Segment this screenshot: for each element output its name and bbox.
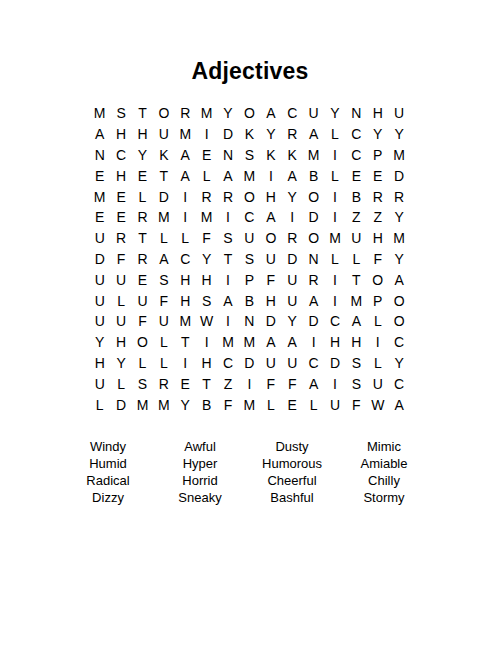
grid-cell-r11c12[interactable]: C <box>324 311 345 332</box>
word-list-item-windy: Windy <box>62 438 154 455</box>
grid-cell-r6c8[interactable]: C <box>239 207 260 228</box>
grid-cell-r15c5[interactable]: Y <box>175 394 196 415</box>
grid-cell-r8c6[interactable]: Y <box>196 249 217 270</box>
grid-cell-r1c15[interactable]: U <box>388 103 409 124</box>
grid-cell-r3c14[interactable]: P <box>367 145 388 166</box>
grid-cell-r7c13[interactable]: U <box>346 228 367 249</box>
grid-cell-r8c1[interactable]: D <box>89 249 110 270</box>
word-search-grid: MSTORMYOACUYNHUAHHUMIDKYRALCYYNCYKAENSKK… <box>89 103 410 415</box>
word-list-item-radical: Radical <box>62 472 154 489</box>
grid-cell-r6c7[interactable]: I <box>217 207 238 228</box>
grid-cell-r7c12[interactable]: M <box>324 228 345 249</box>
grid-cell-r1c5[interactable]: R <box>175 103 196 124</box>
grid-cell-r3c5[interactable]: A <box>175 145 196 166</box>
grid-cell-r4c14[interactable]: E <box>367 165 388 186</box>
grid-cell-r10c9[interactable]: H <box>260 290 281 311</box>
grid-cell-r4c2[interactable]: H <box>110 165 131 186</box>
grid-cell-r11c3[interactable]: F <box>132 311 153 332</box>
grid-cell-r15c1[interactable]: L <box>89 394 110 415</box>
grid-cell-r5c9[interactable]: H <box>260 186 281 207</box>
grid-cell-r13c10[interactable]: U <box>282 353 303 374</box>
grid-cell-r2c4[interactable]: U <box>153 124 174 145</box>
grid-cell-r6c2[interactable]: E <box>110 207 131 228</box>
grid-cell-r4c3[interactable]: E <box>132 165 153 186</box>
grid-cell-r6c3[interactable]: R <box>132 207 153 228</box>
grid-cell-r14c1[interactable]: U <box>89 373 110 394</box>
grid-cell-r5c8[interactable]: O <box>239 186 260 207</box>
grid-cell-r10c6[interactable]: S <box>196 290 217 311</box>
word-list-item-awful: Awful <box>154 438 246 455</box>
grid-cell-r4c6[interactable]: L <box>196 165 217 186</box>
grid-cell-r13c7[interactable]: C <box>217 353 238 374</box>
grid-cell-r12c11[interactable]: I <box>303 332 324 353</box>
word-list: WindyAwfulDustyMimicHumidHyperHumorousAm… <box>62 438 430 506</box>
grid-cell-r7c8[interactable]: U <box>239 228 260 249</box>
grid-cell-r11c7[interactable]: I <box>217 311 238 332</box>
grid-cell-r14c6[interactable]: T <box>196 373 217 394</box>
grid-cell-r10c5[interactable]: H <box>175 290 196 311</box>
grid-cell-r12c13[interactable]: H <box>346 332 367 353</box>
grid-cell-r5c5[interactable]: I <box>175 186 196 207</box>
grid-cell-r5c14[interactable]: R <box>367 186 388 207</box>
grid-cell-r7c2[interactable]: R <box>110 228 131 249</box>
grid-cell-r11c8[interactable]: N <box>239 311 260 332</box>
grid-cell-r2c7[interactable]: D <box>217 124 238 145</box>
word-list-item-dizzy: Dizzy <box>62 489 154 506</box>
grid-cell-r12c6[interactable]: I <box>196 332 217 353</box>
grid-cell-r2c15[interactable]: Y <box>388 124 409 145</box>
grid-cell-r8c13[interactable]: L <box>346 249 367 270</box>
grid-cell-r10c13[interactable]: M <box>346 290 367 311</box>
grid-cell-r8c11[interactable]: N <box>303 249 324 270</box>
grid-cell-r9c6[interactable]: H <box>196 269 217 290</box>
grid-cell-r4c15[interactable]: D <box>388 165 409 186</box>
grid-cell-r2c11[interactable]: A <box>303 124 324 145</box>
grid-cell-r15c3[interactable]: M <box>132 394 153 415</box>
grid-cell-r8c5[interactable]: C <box>175 249 196 270</box>
grid-cell-r13c14[interactable]: L <box>367 353 388 374</box>
grid-cell-r10c10[interactable]: U <box>282 290 303 311</box>
grid-cell-r7c6[interactable]: F <box>196 228 217 249</box>
grid-cell-r9c3[interactable]: E <box>132 269 153 290</box>
grid-cell-r9c11[interactable]: R <box>303 269 324 290</box>
grid-cell-r9c13[interactable]: T <box>346 269 367 290</box>
grid-cell-r7c4[interactable]: L <box>153 228 174 249</box>
grid-cell-r3c3[interactable]: Y <box>132 145 153 166</box>
grid-cell-r12c14[interactable]: I <box>367 332 388 353</box>
grid-cell-r12c10[interactable]: A <box>282 332 303 353</box>
grid-cell-r6c15[interactable]: Y <box>388 207 409 228</box>
grid-cell-r8c9[interactable]: U <box>260 249 281 270</box>
grid-cell-r3c7[interactable]: N <box>217 145 238 166</box>
grid-cell-r2c1[interactable]: A <box>89 124 110 145</box>
grid-cell-r9c15[interactable]: A <box>388 269 409 290</box>
grid-cell-r13c6[interactable]: H <box>196 353 217 374</box>
grid-cell-r3c10[interactable]: K <box>282 145 303 166</box>
grid-cell-r10c3[interactable]: U <box>132 290 153 311</box>
grid-cell-r11c13[interactable]: A <box>346 311 367 332</box>
word-search-page: Adjectives MSTORMYOACUYNHUAHHUMIDKYRALCY… <box>0 0 500 647</box>
grid-cell-r15c13[interactable]: F <box>346 394 367 415</box>
grid-cell-r3c13[interactable]: C <box>346 145 367 166</box>
grid-cell-r14c10[interactable]: F <box>282 373 303 394</box>
grid-cell-r3c15[interactable]: M <box>388 145 409 166</box>
grid-cell-r12c2[interactable]: H <box>110 332 131 353</box>
grid-cell-r7c5[interactable]: L <box>175 228 196 249</box>
puzzle-title: Adjectives <box>0 58 500 85</box>
grid-cell-r1c6[interactable]: M <box>196 103 217 124</box>
grid-cell-r4c12[interactable]: L <box>324 165 345 186</box>
grid-cell-r12c1[interactable]: Y <box>89 332 110 353</box>
grid-cell-r4c13[interactable]: E <box>346 165 367 186</box>
grid-cell-r11c9[interactable]: D <box>260 311 281 332</box>
grid-cell-r13c9[interactable]: U <box>260 353 281 374</box>
grid-cell-r9c9[interactable]: F <box>260 269 281 290</box>
grid-cell-r10c8[interactable]: B <box>239 290 260 311</box>
grid-cell-r7c15[interactable]: M <box>388 228 409 249</box>
grid-cell-r12c3[interactable]: O <box>132 332 153 353</box>
grid-cell-r14c13[interactable]: S <box>346 373 367 394</box>
grid-cell-r6c12[interactable]: I <box>324 207 345 228</box>
word-list-item-sneaky: Sneaky <box>154 489 246 506</box>
grid-cell-r7c7[interactable]: S <box>217 228 238 249</box>
grid-cell-r8c7[interactable]: T <box>217 249 238 270</box>
grid-cell-r7c14[interactable]: H <box>367 228 388 249</box>
grid-cell-r10c1[interactable]: U <box>89 290 110 311</box>
word-list-item-bashful: Bashful <box>246 489 338 506</box>
grid-cell-r14c12[interactable]: I <box>324 373 345 394</box>
grid-cell-r1c7[interactable]: Y <box>217 103 238 124</box>
grid-cell-r9c4[interactable]: S <box>153 269 174 290</box>
grid-cell-r2c6[interactable]: I <box>196 124 217 145</box>
grid-cell-r14c7[interactable]: Z <box>217 373 238 394</box>
word-list-item-chilly: Chilly <box>338 472 430 489</box>
grid-cell-r4c5[interactable]: A <box>175 165 196 186</box>
grid-cell-r2c2[interactable]: H <box>110 124 131 145</box>
grid-cell-r15c14[interactable]: W <box>367 394 388 415</box>
grid-cell-r15c6[interactable]: B <box>196 394 217 415</box>
grid-cell-r11c1[interactable]: U <box>89 311 110 332</box>
grid-cell-r12c9[interactable]: A <box>260 332 281 353</box>
grid-cell-r14c14[interactable]: U <box>367 373 388 394</box>
grid-cell-r13c15[interactable]: Y <box>388 353 409 374</box>
grid-cell-r13c8[interactable]: D <box>239 353 260 374</box>
grid-cell-r1c4[interactable]: O <box>153 103 174 124</box>
grid-cell-r5c7[interactable]: R <box>217 186 238 207</box>
grid-cell-r8c14[interactable]: F <box>367 249 388 270</box>
grid-cell-r12c4[interactable]: L <box>153 332 174 353</box>
grid-cell-r1c12[interactable]: Y <box>324 103 345 124</box>
grid-cell-r4c10[interactable]: A <box>282 165 303 186</box>
word-list-item-dusty: Dusty <box>246 438 338 455</box>
grid-cell-r1c10[interactable]: C <box>282 103 303 124</box>
grid-cell-r5c15[interactable]: R <box>388 186 409 207</box>
grid-cell-r3c6[interactable]: E <box>196 145 217 166</box>
grid-cell-r14c2[interactable]: L <box>110 373 131 394</box>
grid-cell-r13c12[interactable]: D <box>324 353 345 374</box>
grid-cell-r14c4[interactable]: R <box>153 373 174 394</box>
grid-cell-r2c10[interactable]: R <box>282 124 303 145</box>
grid-cell-r6c14[interactable]: Z <box>367 207 388 228</box>
grid-cell-r1c3[interactable]: T <box>132 103 153 124</box>
grid-cell-r3c2[interactable]: C <box>110 145 131 166</box>
grid-cell-r14c8[interactable]: I <box>239 373 260 394</box>
grid-cell-r8c3[interactable]: R <box>132 249 153 270</box>
grid-cell-r10c11[interactable]: A <box>303 290 324 311</box>
grid-cell-r9c1[interactable]: U <box>89 269 110 290</box>
grid-cell-r9c8[interactable]: P <box>239 269 260 290</box>
grid-cell-r15c12[interactable]: U <box>324 394 345 415</box>
grid-cell-r9c10[interactable]: U <box>282 269 303 290</box>
grid-cell-r10c4[interactable]: F <box>153 290 174 311</box>
grid-cell-r11c14[interactable]: L <box>367 311 388 332</box>
grid-cell-r8c2[interactable]: F <box>110 249 131 270</box>
grid-cell-r14c3[interactable]: S <box>132 373 153 394</box>
grid-cell-r6c6[interactable]: M <box>196 207 217 228</box>
word-list-item-cheerful: Cheerful <box>246 472 338 489</box>
grid-cell-r1c11[interactable]: U <box>303 103 324 124</box>
grid-cell-r8c15[interactable]: Y <box>388 249 409 270</box>
grid-cell-r15c2[interactable]: D <box>110 394 131 415</box>
grid-cell-r9c7[interactable]: I <box>217 269 238 290</box>
word-list-item-humorous: Humorous <box>246 455 338 472</box>
grid-cell-r10c7[interactable]: A <box>217 290 238 311</box>
grid-cell-r1c1[interactable]: M <box>89 103 110 124</box>
grid-cell-r4c8[interactable]: M <box>239 165 260 186</box>
grid-cell-r11c11[interactable]: D <box>303 311 324 332</box>
grid-cell-r15c11[interactable]: L <box>303 394 324 415</box>
grid-cell-r2c5[interactable]: M <box>175 124 196 145</box>
grid-cell-r4c1[interactable]: E <box>89 165 110 186</box>
grid-cell-r3c11[interactable]: M <box>303 145 324 166</box>
grid-cell-r13c5[interactable]: I <box>175 353 196 374</box>
grid-cell-r2c13[interactable]: C <box>346 124 367 145</box>
grid-cell-r5c3[interactable]: L <box>132 186 153 207</box>
grid-cell-r11c10[interactable]: Y <box>282 311 303 332</box>
grid-cell-r5c12[interactable]: I <box>324 186 345 207</box>
grid-cell-r7c10[interactable]: R <box>282 228 303 249</box>
grid-cell-r6c13[interactable]: Z <box>346 207 367 228</box>
grid-cell-r13c3[interactable]: L <box>132 353 153 374</box>
grid-cell-r4c11[interactable]: B <box>303 165 324 186</box>
grid-cell-r12c12[interactable]: H <box>324 332 345 353</box>
grid-cell-r12c7[interactable]: M <box>217 332 238 353</box>
grid-cell-r3c12[interactable]: I <box>324 145 345 166</box>
grid-cell-r8c10[interactable]: D <box>282 249 303 270</box>
grid-cell-r2c3[interactable]: H <box>132 124 153 145</box>
grid-cell-r7c9[interactable]: O <box>260 228 281 249</box>
word-list-item-amiable: Amiable <box>338 455 430 472</box>
grid-cell-r6c10[interactable]: I <box>282 207 303 228</box>
grid-cell-r10c2[interactable]: L <box>110 290 131 311</box>
grid-cell-r13c2[interactable]: Y <box>110 353 131 374</box>
grid-cell-r2c9[interactable]: Y <box>260 124 281 145</box>
word-list-item-humid: Humid <box>62 455 154 472</box>
grid-cell-r8c4[interactable]: A <box>153 249 174 270</box>
grid-cell-r14c9[interactable]: F <box>260 373 281 394</box>
grid-cell-r8c12[interactable]: L <box>324 249 345 270</box>
word-list-item-stormy: Stormy <box>338 489 430 506</box>
grid-cell-r11c4[interactable]: U <box>153 311 174 332</box>
grid-cell-r4c4[interactable]: T <box>153 165 174 186</box>
grid-cell-r2c12[interactable]: L <box>324 124 345 145</box>
grid-cell-r15c10[interactable]: E <box>282 394 303 415</box>
grid-cell-r10c12[interactable]: I <box>324 290 345 311</box>
grid-cell-r5c13[interactable]: B <box>346 186 367 207</box>
grid-cell-r15c15[interactable]: A <box>388 394 409 415</box>
word-list-item-mimic: Mimic <box>338 438 430 455</box>
grid-cell-r13c11[interactable]: C <box>303 353 324 374</box>
grid-cell-r7c3[interactable]: T <box>132 228 153 249</box>
grid-cell-r7c1[interactable]: U <box>89 228 110 249</box>
grid-cell-r11c15[interactable]: O <box>388 311 409 332</box>
grid-cell-r5c11[interactable]: O <box>303 186 324 207</box>
grid-cell-r11c2[interactable]: U <box>110 311 131 332</box>
grid-cell-r11c5[interactable]: M <box>175 311 196 332</box>
grid-cell-r1c9[interactable]: A <box>260 103 281 124</box>
word-list-item-horrid: Horrid <box>154 472 246 489</box>
grid-cell-r6c4[interactable]: M <box>153 207 174 228</box>
grid-cell-r14c5[interactable]: E <box>175 373 196 394</box>
grid-cell-r15c7[interactable]: F <box>217 394 238 415</box>
grid-cell-r6c9[interactable]: A <box>260 207 281 228</box>
grid-cell-r5c1[interactable]: M <box>89 186 110 207</box>
grid-cell-r14c11[interactable]: A <box>303 373 324 394</box>
grid-cell-r8c8[interactable]: S <box>239 249 260 270</box>
grid-cell-r9c12[interactable]: I <box>324 269 345 290</box>
word-list-item-hyper: Hyper <box>154 455 246 472</box>
grid-cell-r13c13[interactable]: S <box>346 353 367 374</box>
grid-cell-r1c8[interactable]: O <box>239 103 260 124</box>
grid-cell-r13c4[interactable]: L <box>153 353 174 374</box>
grid-cell-r12c15[interactable]: C <box>388 332 409 353</box>
grid-cell-r5c2[interactable]: E <box>110 186 131 207</box>
grid-cell-r9c14[interactable]: O <box>367 269 388 290</box>
grid-cell-r1c13[interactable]: N <box>346 103 367 124</box>
grid-cell-r2c8[interactable]: K <box>239 124 260 145</box>
grid-cell-r1c14[interactable]: H <box>367 103 388 124</box>
grid-cell-r9c5[interactable]: H <box>175 269 196 290</box>
grid-cell-r11c6[interactable]: W <box>196 311 217 332</box>
grid-cell-r3c8[interactable]: S <box>239 145 260 166</box>
grid-cell-r2c14[interactable]: Y <box>367 124 388 145</box>
grid-cell-r3c4[interactable]: K <box>153 145 174 166</box>
grid-cell-r10c14[interactable]: P <box>367 290 388 311</box>
grid-cell-r4c9[interactable]: I <box>260 165 281 186</box>
grid-cell-r12c5[interactable]: T <box>175 332 196 353</box>
grid-cell-r5c4[interactable]: D <box>153 186 174 207</box>
grid-cell-r5c10[interactable]: Y <box>282 186 303 207</box>
grid-cell-r7c11[interactable]: O <box>303 228 324 249</box>
grid-cell-r13c1[interactable]: H <box>89 353 110 374</box>
grid-cell-r6c11[interactable]: D <box>303 207 324 228</box>
grid-cell-r5c6[interactable]: R <box>196 186 217 207</box>
grid-cell-r3c1[interactable]: N <box>89 145 110 166</box>
grid-cell-r15c8[interactable]: M <box>239 394 260 415</box>
grid-cell-r6c1[interactable]: E <box>89 207 110 228</box>
grid-cell-r9c2[interactable]: U <box>110 269 131 290</box>
grid-cell-r15c4[interactable]: M <box>153 394 174 415</box>
grid-cell-r1c2[interactable]: S <box>110 103 131 124</box>
grid-cell-r4c7[interactable]: A <box>217 165 238 186</box>
grid-cell-r10c15[interactable]: O <box>388 290 409 311</box>
grid-cell-r12c8[interactable]: M <box>239 332 260 353</box>
grid-cell-r6c5[interactable]: I <box>175 207 196 228</box>
grid-cell-r14c15[interactable]: C <box>388 373 409 394</box>
grid-cell-r3c9[interactable]: K <box>260 145 281 166</box>
grid-cell-r15c9[interactable]: L <box>260 394 281 415</box>
